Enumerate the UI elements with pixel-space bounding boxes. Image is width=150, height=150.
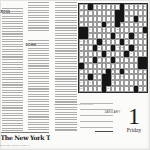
clue-number: 9	[130, 5, 131, 7]
clue-number: 10	[135, 5, 137, 7]
weekday-label: Friday	[120, 127, 148, 133]
clue-number: 38	[135, 46, 137, 48]
clue-number: 21	[121, 22, 123, 24]
clue-number: 59	[80, 81, 82, 83]
down-clues-text-cont	[55, 2, 77, 131]
note-line	[80, 109, 113, 110]
clue-number: 61	[112, 81, 114, 83]
grid-cell[interactable]	[143, 86, 148, 92]
clue-number: 37	[121, 46, 123, 48]
clue-number: 36	[117, 46, 119, 48]
note-line-bold	[95, 131, 113, 132]
clue-number: 51	[112, 69, 114, 71]
grid-caption: Edited by Will Shortz © The New York Tim…	[78, 94, 148, 98]
clue-number: 11	[139, 5, 141, 7]
clue-number: 43	[98, 57, 100, 59]
clue-number: 54	[144, 69, 146, 71]
clue-number: 50	[80, 69, 82, 71]
clue-number: 27	[117, 34, 119, 36]
clue-number: 5	[103, 5, 104, 7]
clue-number: 26	[89, 34, 91, 36]
clue-number: 53	[139, 69, 141, 71]
nyt-logo: The New York Times	[1, 133, 50, 142]
clue-number: 46	[126, 57, 128, 59]
clue-number: 62	[80, 87, 82, 89]
calendar-page: ACROSS DOWN 1234567891011121314151617181…	[0, 0, 150, 150]
clue-number: 35	[98, 46, 100, 48]
clue-column-middle: DOWN	[28, 2, 49, 132]
clue-column-down-cont	[55, 2, 77, 132]
clue-number: 20	[107, 22, 109, 24]
clue-number: 12	[144, 5, 146, 7]
note-line	[80, 115, 113, 116]
clue-number: 63	[107, 87, 109, 89]
clue-number: 60	[89, 81, 91, 83]
clue-number: 14	[89, 10, 91, 12]
clue-number: 57	[112, 75, 114, 77]
clue-number: 16	[80, 16, 82, 18]
clue-number: 56	[94, 75, 96, 77]
clue-number: 13	[80, 10, 82, 12]
clue-number: 47	[85, 63, 87, 65]
clue-number: 29	[144, 34, 146, 36]
clue-number: 34	[80, 46, 82, 48]
clue-number: 17	[126, 16, 128, 18]
clue-number: 24	[103, 28, 105, 30]
across-header: ACROSS	[2, 2, 23, 6]
clue-number: 4	[98, 5, 99, 7]
clue-number: 18	[139, 16, 141, 18]
clue-number: 7	[112, 5, 113, 7]
clue-number: 64	[139, 87, 141, 89]
down-clues-text	[28, 40, 49, 132]
clue-number: 48	[94, 63, 96, 65]
clue-number: 8	[126, 5, 127, 7]
crossword-grid[interactable]: 1234567891011121314151617181920212223242…	[78, 3, 148, 93]
clue-number: 2	[85, 5, 86, 7]
clue-number: 44	[103, 57, 105, 59]
clue-number: 30	[80, 40, 82, 42]
calendar-caption: NEW YORK TIMES CROSSWORD PUZZLE CALENDAR	[96, 135, 148, 138]
clue-number: 3	[94, 5, 95, 7]
clue-number: 25	[117, 28, 119, 30]
day-number: 1	[120, 105, 148, 128]
clue-number: 39	[80, 52, 82, 54]
down-header: DOWN	[28, 35, 49, 39]
clue-number: 52	[126, 69, 128, 71]
note-line	[80, 127, 113, 128]
clue-number: 58	[121, 75, 123, 77]
clue-number: 45	[117, 57, 119, 59]
clue-number: 41	[130, 52, 132, 54]
clue-number: 28	[135, 34, 137, 36]
clue-number: 55	[80, 75, 82, 77]
clue-number: 49	[112, 63, 114, 65]
clue-number: 23	[89, 28, 91, 30]
clue-column-across: ACROSS	[2, 2, 23, 132]
clue-number: 32	[103, 40, 105, 42]
clue-number: 31	[85, 40, 87, 42]
clue-number: 33	[126, 40, 128, 42]
clue-number: 15	[126, 10, 128, 12]
clue-number: 1	[80, 5, 81, 7]
across-clues-text	[2, 8, 23, 133]
clue-number: 40	[107, 52, 109, 54]
note-line	[80, 121, 113, 122]
across-clues-text-cont	[28, 2, 49, 32]
clue-number: 42	[80, 57, 82, 59]
clue-number: 6	[107, 5, 108, 7]
clue-number: 19	[80, 22, 82, 24]
clue-number: 22	[135, 22, 137, 24]
